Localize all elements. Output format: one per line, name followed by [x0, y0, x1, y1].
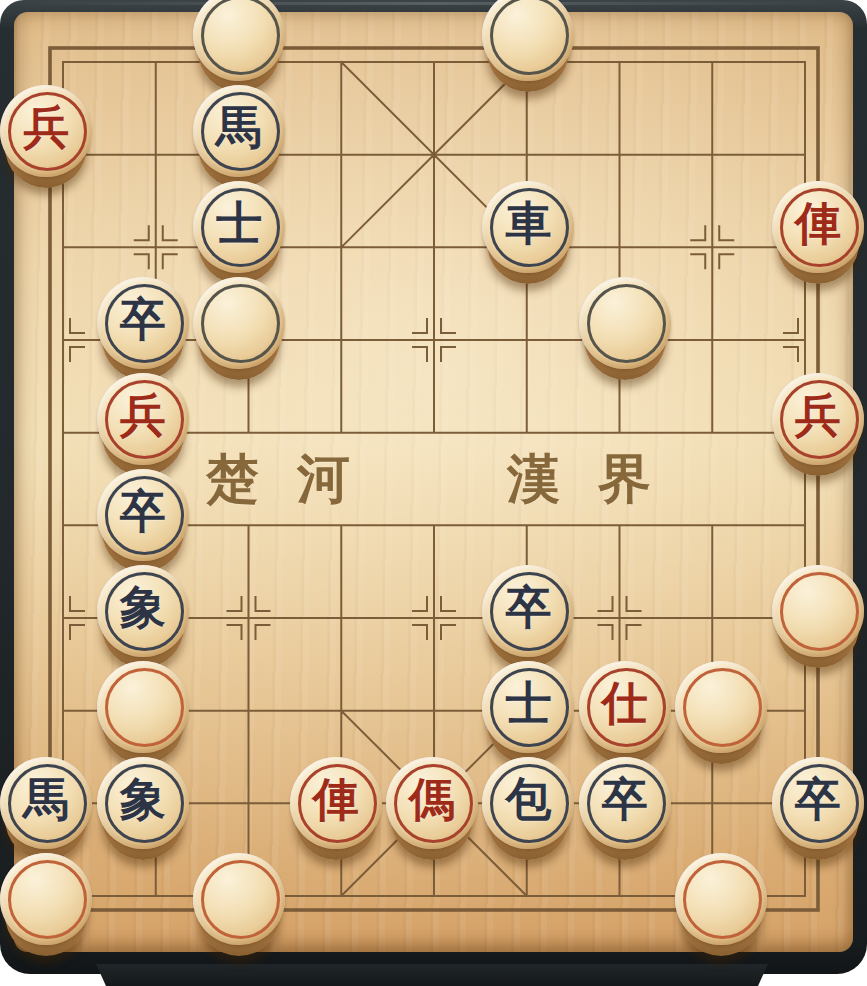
- piece-black-elephant[interactable]: 象: [97, 757, 189, 849]
- piece-glyph: [97, 661, 189, 745]
- piece-glyph: [193, 853, 285, 937]
- piece-black-advisor[interactable]: 士: [193, 181, 285, 273]
- piece-glyph: 馬: [0, 757, 92, 841]
- piece-black-soldier[interactable]: 卒: [97, 277, 189, 369]
- piece-red-soldier[interactable]: 兵: [0, 85, 92, 177]
- xiangqi-app: { "game": { "name": "Xiangqi — Jieqi (hi…: [0, 0, 867, 986]
- piece-hidden-black[interactable]: [579, 277, 671, 369]
- piece-glyph: [0, 853, 92, 937]
- piece-glyph: [193, 0, 285, 73]
- piece-black-horse[interactable]: 馬: [193, 85, 285, 177]
- piece-glyph: 俥: [772, 181, 864, 265]
- piece-hidden-red[interactable]: [675, 853, 767, 945]
- piece-black-horse[interactable]: 馬: [0, 757, 92, 849]
- piece-glyph: [579, 277, 671, 361]
- piece-glyph: 象: [97, 565, 189, 649]
- piece-glyph: 卒: [579, 757, 671, 841]
- piece-glyph: 兵: [772, 373, 864, 457]
- piece-glyph: 包: [482, 757, 574, 841]
- piece-hidden-red[interactable]: [675, 661, 767, 753]
- piece-black-elephant[interactable]: 象: [97, 565, 189, 657]
- piece-glyph: [675, 661, 767, 745]
- piece-glyph: 卒: [772, 757, 864, 841]
- piece-glyph: 士: [193, 181, 285, 265]
- piece-red-advisor[interactable]: 仕: [579, 661, 671, 753]
- piece-glyph: 車: [482, 181, 574, 265]
- piece-hidden-red[interactable]: [193, 853, 285, 945]
- piece-hidden-red[interactable]: [0, 853, 92, 945]
- piece-black-advisor[interactable]: 士: [482, 661, 574, 753]
- piece-glyph: 兵: [97, 373, 189, 457]
- piece-black-soldier[interactable]: 卒: [482, 565, 574, 657]
- piece-glyph: [675, 853, 767, 937]
- piece-glyph: 卒: [97, 277, 189, 361]
- piece-glyph: 卒: [482, 565, 574, 649]
- board-grid: 兵 馬 士 車 俥 卒 兵 兵 卒 象 卒: [0, 0, 866, 947]
- piece-hidden-black[interactable]: [193, 0, 285, 81]
- piece-glyph: 傌: [386, 757, 478, 841]
- piece-glyph: 象: [97, 757, 189, 841]
- piece-glyph: 兵: [0, 85, 92, 169]
- piece-glyph: 卒: [97, 469, 189, 553]
- piece-glyph: [482, 0, 574, 73]
- piece-red-chariot[interactable]: 俥: [290, 757, 382, 849]
- piece-hidden-black[interactable]: [482, 0, 574, 81]
- piece-hidden-red[interactable]: [97, 661, 189, 753]
- piece-glyph: 仕: [579, 661, 671, 745]
- piece-glyph: 馬: [193, 85, 285, 169]
- piece-black-chariot[interactable]: 車: [482, 181, 574, 273]
- piece-red-soldier[interactable]: 兵: [97, 373, 189, 465]
- piece-hidden-red[interactable]: [772, 565, 864, 657]
- piece-glyph: 俥: [290, 757, 382, 841]
- piece-glyph: 士: [482, 661, 574, 745]
- piece-red-chariot[interactable]: 俥: [772, 181, 864, 273]
- piece-black-soldier[interactable]: 卒: [97, 469, 189, 561]
- piece-black-soldier[interactable]: 卒: [579, 757, 671, 849]
- piece-glyph: [193, 277, 285, 361]
- piece-red-soldier[interactable]: 兵: [772, 373, 864, 465]
- piece-black-cannon[interactable]: 包: [482, 757, 574, 849]
- piece-hidden-black[interactable]: [193, 277, 285, 369]
- piece-black-soldier[interactable]: 卒: [772, 757, 864, 849]
- piece-red-horse[interactable]: 傌: [386, 757, 478, 849]
- piece-glyph: [772, 565, 864, 649]
